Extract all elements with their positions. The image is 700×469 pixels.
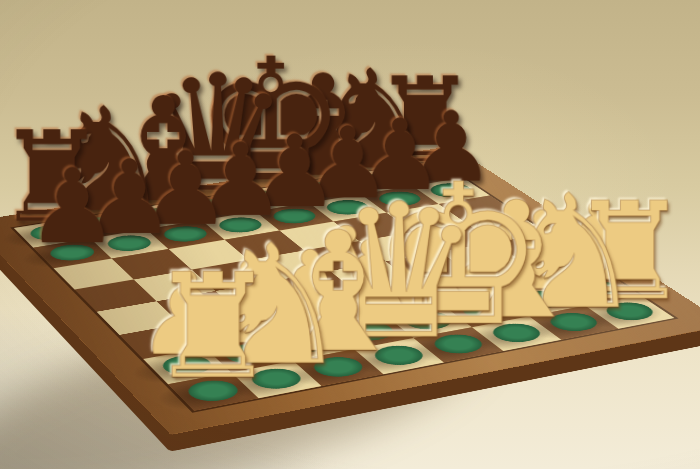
chess-set-photo-scene: ♜♞♝♛♚♝♞♜♟♟♟♟♟♟♟♟♟♟♟♟♟♟♟♟♜♞♝♛♚♝♞♜ [0,0,700,469]
chess-board: ♜♞♝♛♚♝♞♜♟♟♟♟♟♟♟♟♟♟♟♟♟♟♟♟♜♞♝♛♚♝♞♜ [14,160,674,410]
chess-board-frame: ♜♞♝♛♚♝♞♜♟♟♟♟♟♟♟♟♟♟♟♟♟♟♟♟♜♞♝♛♚♝♞♜ [0,146,700,435]
perspective-stage: ♜♞♝♛♚♝♞♜♟♟♟♟♟♟♟♟♟♟♟♟♟♟♟♟♜♞♝♛♚♝♞♜ [0,0,700,469]
rook-icon: ♜ [148,258,278,396]
pawn-icon: ♟ [26,158,119,256]
